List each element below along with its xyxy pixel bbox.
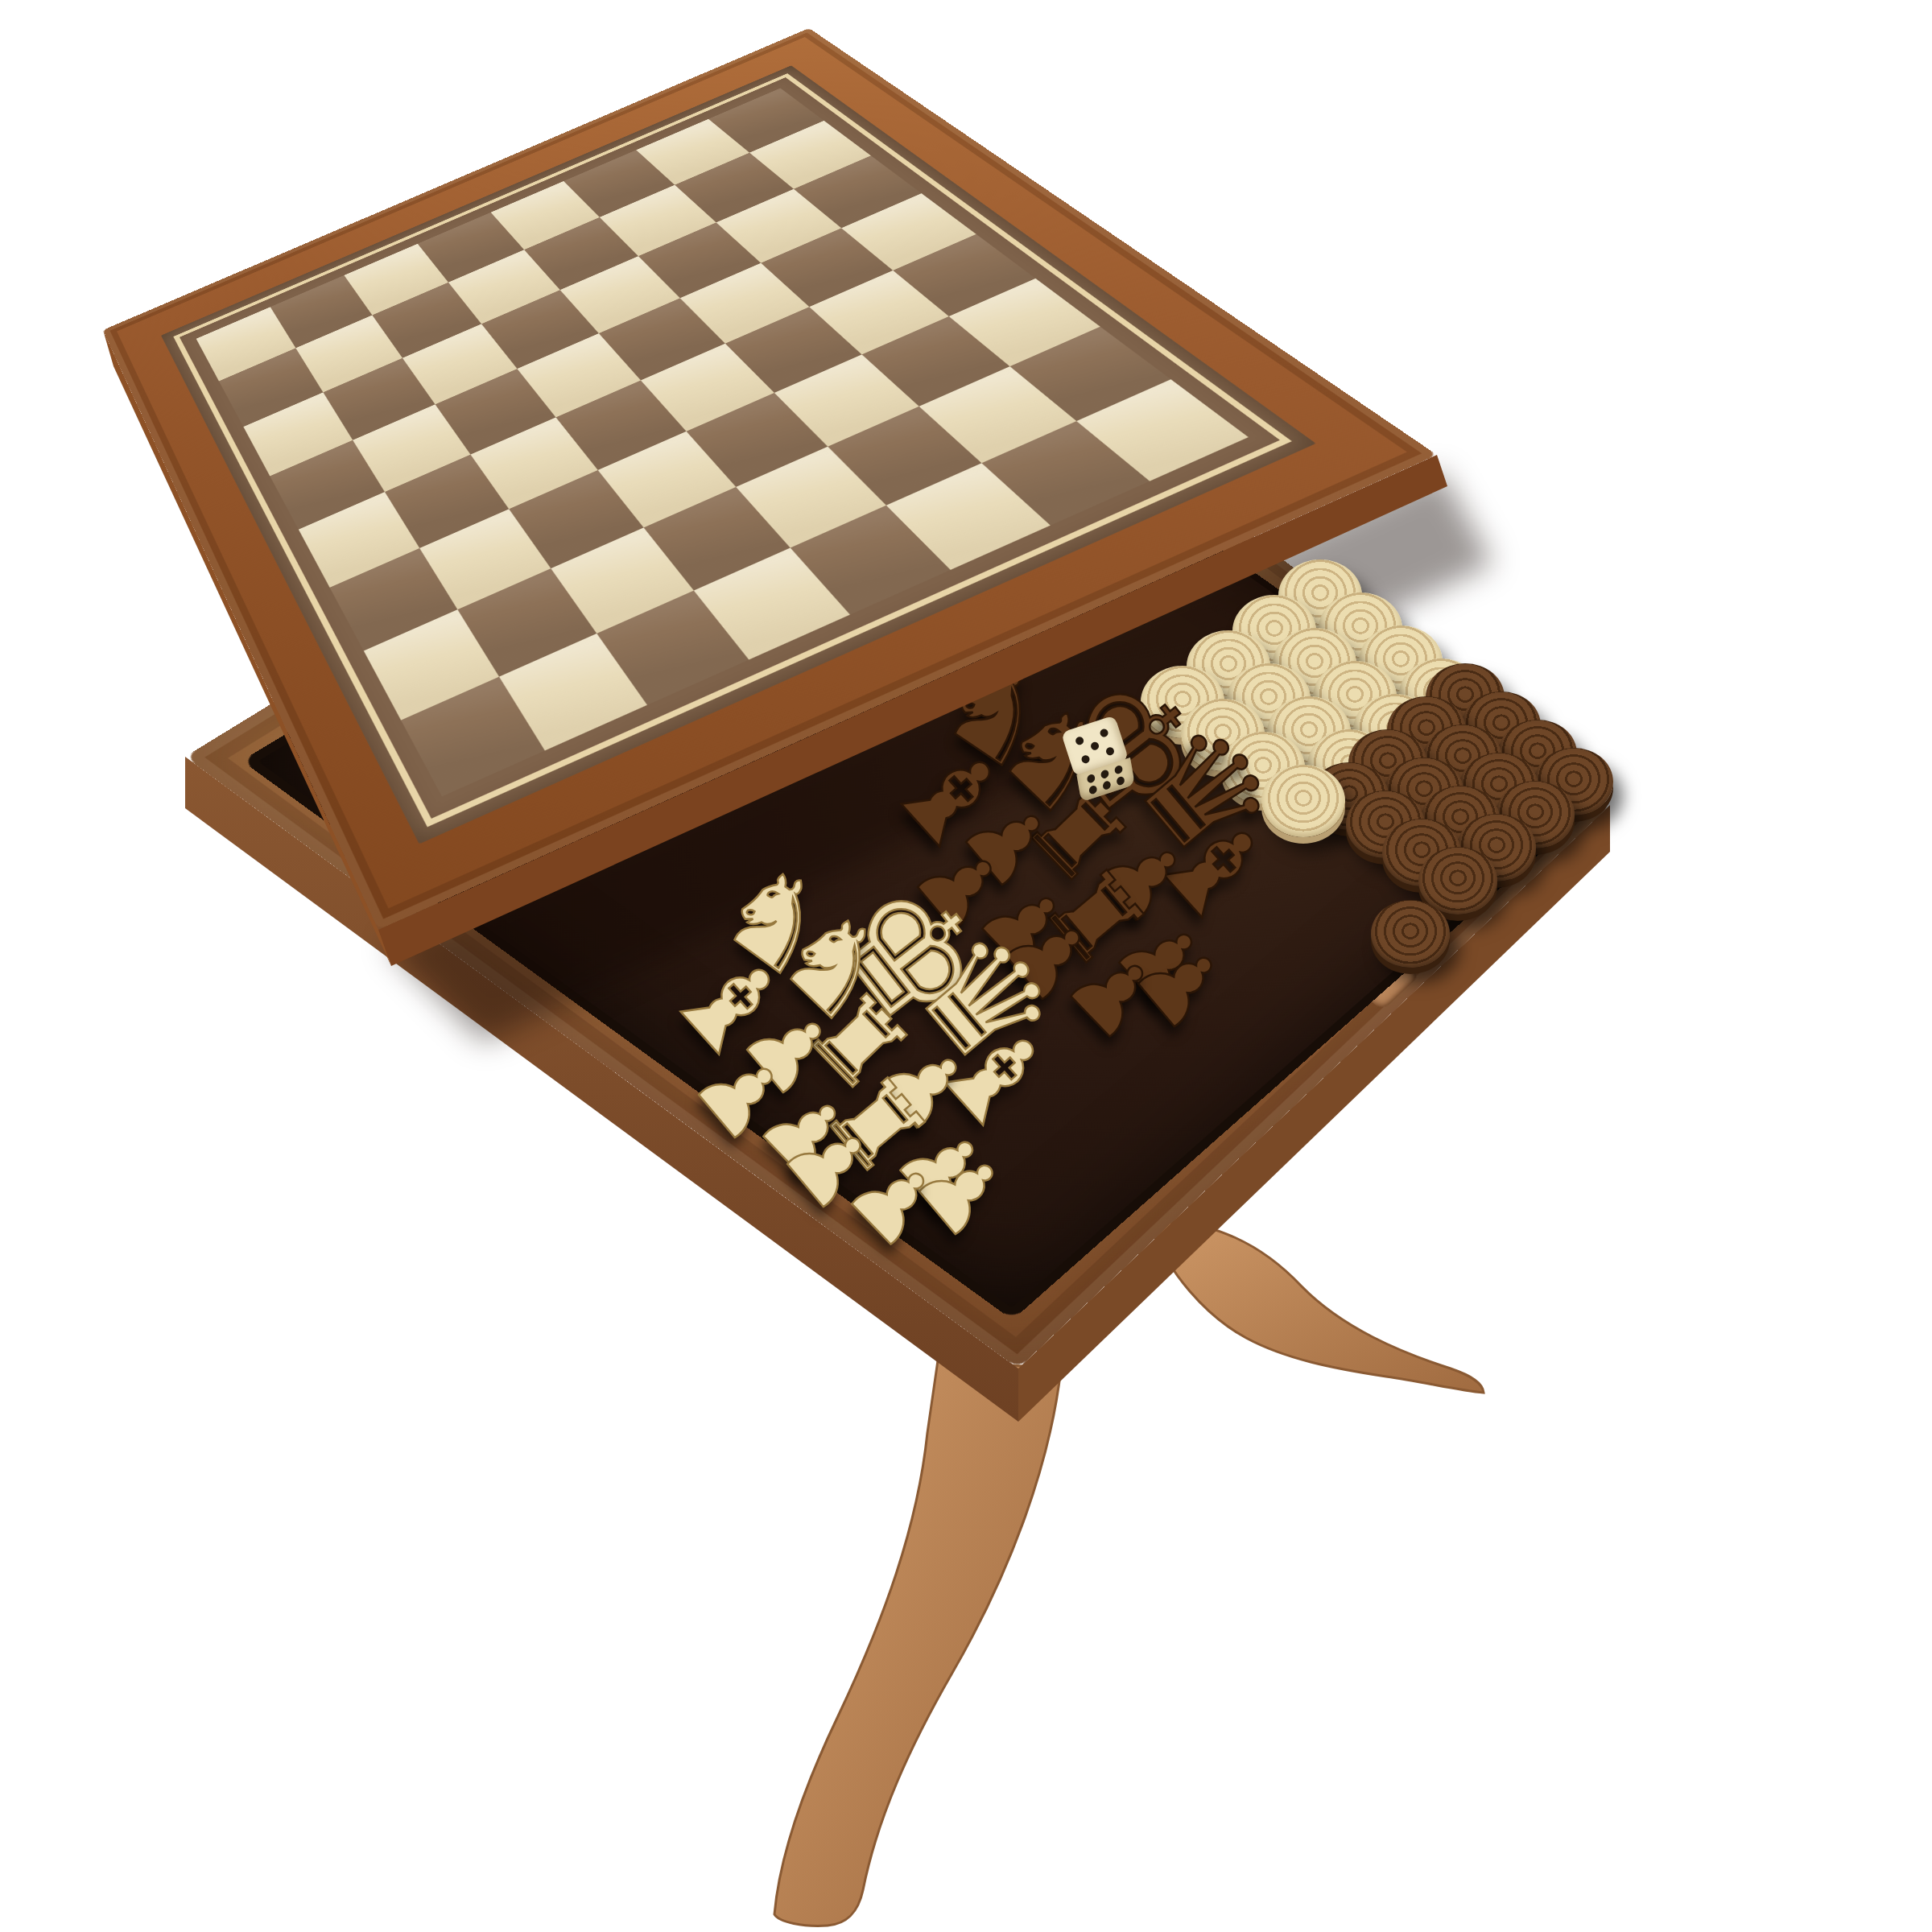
product-photo-scene: ♞♞♚♛♝♟♜♟♝♟♟♜♟♟♟♟♞♞♚♛♝♟♜♟♝♟♟♜♟♟♟♟ — [0, 0, 1932, 1932]
